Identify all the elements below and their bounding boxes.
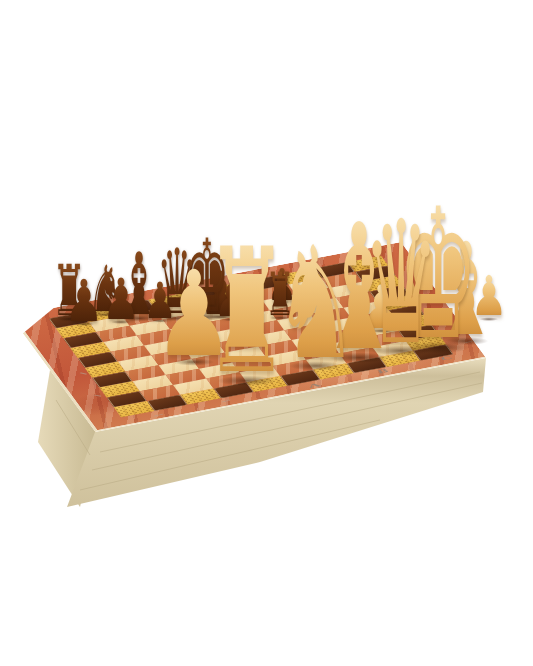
border-engraving-mark: [79, 372, 87, 374]
border-engraving-mark: [93, 395, 102, 397]
product-photo-chess-set: { "game": "chess", "scene": { "descripti…: [0, 0, 533, 666]
light-rook: ♜: [205, 226, 290, 398]
dark-pawn-b: ♟: [102, 271, 140, 328]
border-engraving-mark: [153, 414, 163, 417]
dark-pawn-a: ♟: [65, 272, 104, 330]
